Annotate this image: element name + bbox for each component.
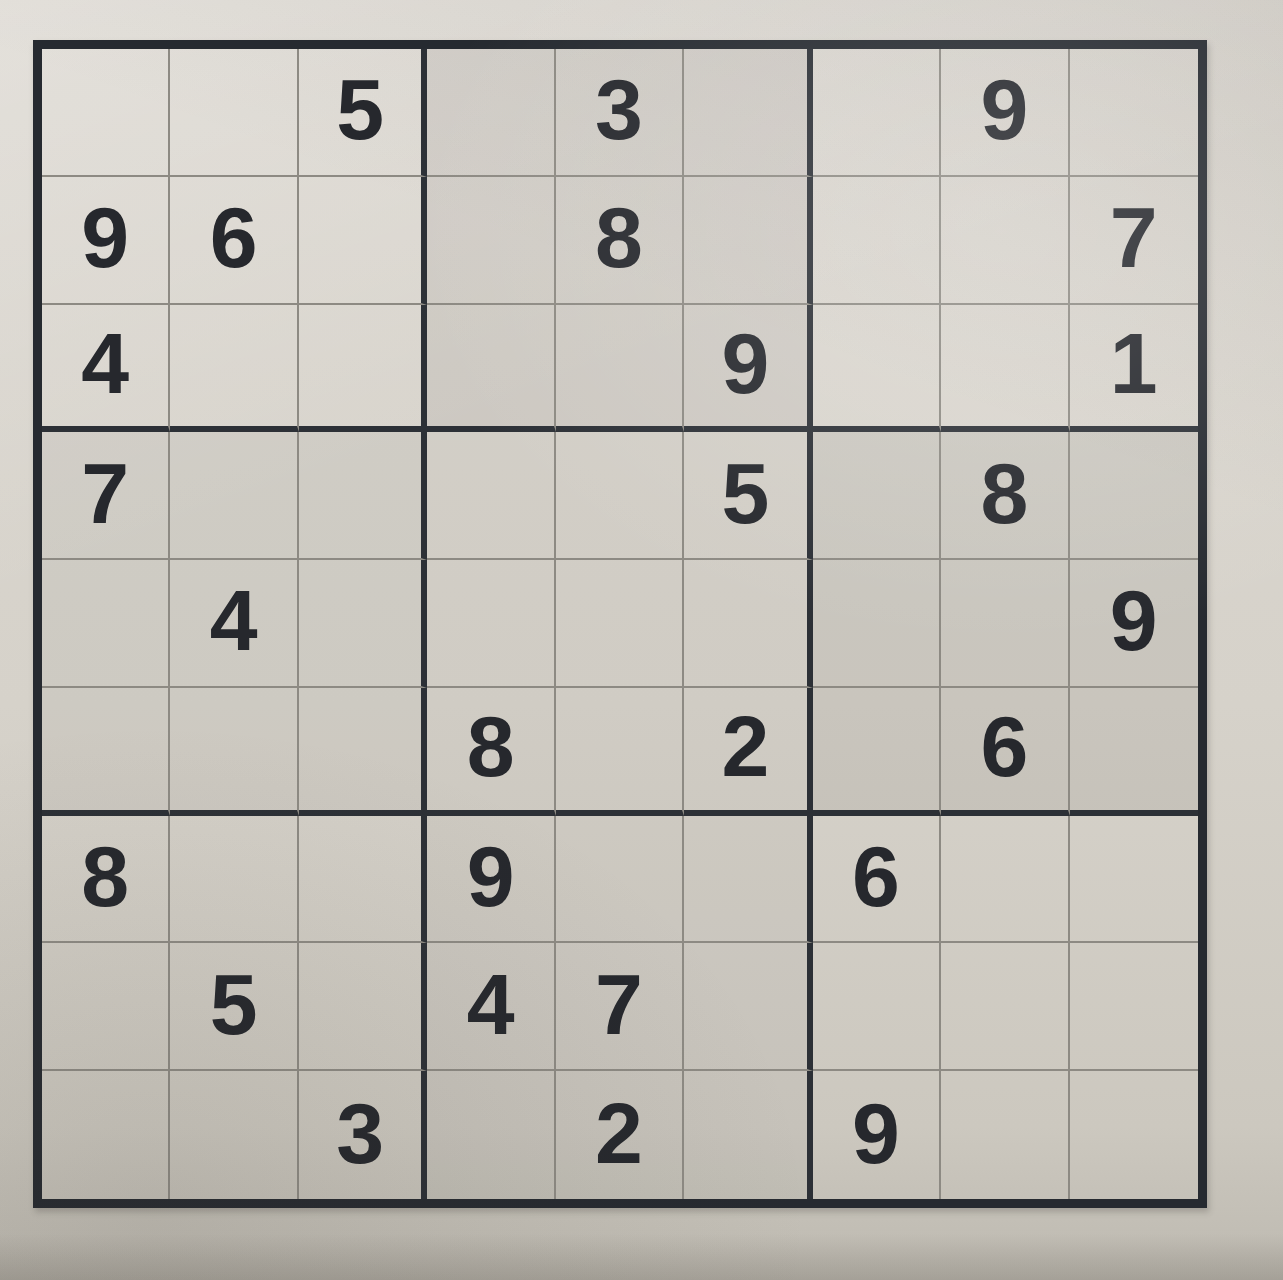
given-digit: 8 xyxy=(81,827,129,926)
given-digit: 9 xyxy=(722,314,770,413)
given-digit: 8 xyxy=(980,444,1028,543)
cell-r3c2[interactable] xyxy=(170,305,298,433)
given-digit: 8 xyxy=(467,697,515,796)
cell-r7c8[interactable] xyxy=(941,816,1069,944)
cell-r3c6: 9 xyxy=(684,305,812,433)
cell-r7c7: 6 xyxy=(813,816,941,944)
cell-r6c1[interactable] xyxy=(42,688,170,816)
cell-r4c4[interactable] xyxy=(427,432,555,560)
cell-r1c2[interactable] xyxy=(170,49,298,177)
paper-shadow xyxy=(0,1234,1283,1280)
cell-r5c7[interactable] xyxy=(813,560,941,688)
cell-r5c1[interactable] xyxy=(42,560,170,688)
cell-r8c9[interactable] xyxy=(1070,943,1198,1071)
given-digit: 9 xyxy=(980,60,1028,159)
cell-r5c8[interactable] xyxy=(941,560,1069,688)
cell-r6c2[interactable] xyxy=(170,688,298,816)
given-digit: 5 xyxy=(210,955,258,1054)
paper-page: 539968749175849826896547329 xyxy=(0,0,1283,1280)
cell-r9c9[interactable] xyxy=(1070,1071,1198,1199)
cell-r6c9[interactable] xyxy=(1070,688,1198,816)
cell-r8c1[interactable] xyxy=(42,943,170,1071)
cell-r9c1[interactable] xyxy=(42,1071,170,1199)
cell-r3c1: 4 xyxy=(42,305,170,433)
cell-r9c7: 9 xyxy=(813,1071,941,1199)
cell-r3c5[interactable] xyxy=(556,305,684,433)
cell-r7c2[interactable] xyxy=(170,816,298,944)
cell-r2c8[interactable] xyxy=(941,177,1069,305)
cell-r8c8[interactable] xyxy=(941,943,1069,1071)
cell-r4c1: 7 xyxy=(42,432,170,560)
cell-r3c7[interactable] xyxy=(813,305,941,433)
cell-r8c5: 7 xyxy=(556,943,684,1071)
cell-r2c1: 9 xyxy=(42,177,170,305)
given-digit: 4 xyxy=(81,314,129,413)
cell-r1c1[interactable] xyxy=(42,49,170,177)
given-digit: 9 xyxy=(81,188,129,287)
cell-r6c6: 2 xyxy=(684,688,812,816)
given-digit: 7 xyxy=(1110,188,1158,287)
given-digit: 3 xyxy=(595,60,643,159)
given-digit: 8 xyxy=(595,188,643,287)
given-digit: 9 xyxy=(1110,571,1158,670)
cell-r4c9[interactable] xyxy=(1070,432,1198,560)
given-digit: 5 xyxy=(722,444,770,543)
given-digit: 4 xyxy=(210,571,258,670)
cell-r2c5: 8 xyxy=(556,177,684,305)
cell-r1c8: 9 xyxy=(941,49,1069,177)
cell-r4c3[interactable] xyxy=(299,432,427,560)
cell-r3c8[interactable] xyxy=(941,305,1069,433)
given-digit: 4 xyxy=(467,955,515,1054)
cell-r5c2: 4 xyxy=(170,560,298,688)
cell-r6c4: 8 xyxy=(427,688,555,816)
cell-r5c4[interactable] xyxy=(427,560,555,688)
cell-r1c9[interactable] xyxy=(1070,49,1198,177)
cell-r7c3[interactable] xyxy=(299,816,427,944)
given-digit: 2 xyxy=(722,697,770,796)
cell-r6c7[interactable] xyxy=(813,688,941,816)
cell-r2c6[interactable] xyxy=(684,177,812,305)
cell-r8c3[interactable] xyxy=(299,943,427,1071)
given-digit: 6 xyxy=(852,827,900,926)
cell-r3c9: 1 xyxy=(1070,305,1198,433)
cell-r4c8: 8 xyxy=(941,432,1069,560)
cell-r5c5[interactable] xyxy=(556,560,684,688)
cell-r2c2: 6 xyxy=(170,177,298,305)
cell-r9c8[interactable] xyxy=(941,1071,1069,1199)
cell-r3c3[interactable] xyxy=(299,305,427,433)
cell-r1c3: 5 xyxy=(299,49,427,177)
cell-r2c9: 7 xyxy=(1070,177,1198,305)
given-digit: 6 xyxy=(210,188,258,287)
cell-r9c4[interactable] xyxy=(427,1071,555,1199)
cell-r9c2[interactable] xyxy=(170,1071,298,1199)
given-digit: 9 xyxy=(852,1084,900,1183)
cell-r6c5[interactable] xyxy=(556,688,684,816)
given-digit: 1 xyxy=(1110,314,1158,413)
cell-r7c4: 9 xyxy=(427,816,555,944)
cell-r7c1: 8 xyxy=(42,816,170,944)
cell-r1c4[interactable] xyxy=(427,49,555,177)
cell-r9c3: 3 xyxy=(299,1071,427,1199)
cell-r1c6[interactable] xyxy=(684,49,812,177)
cell-r6c8: 6 xyxy=(941,688,1069,816)
cell-r3c4[interactable] xyxy=(427,305,555,433)
cell-r4c5[interactable] xyxy=(556,432,684,560)
cell-r2c7[interactable] xyxy=(813,177,941,305)
cell-r9c5: 2 xyxy=(556,1071,684,1199)
cell-r4c6: 5 xyxy=(684,432,812,560)
given-digit: 6 xyxy=(980,697,1028,796)
cell-r2c4[interactable] xyxy=(427,177,555,305)
given-digit: 9 xyxy=(467,827,515,926)
given-digit: 7 xyxy=(81,444,129,543)
cell-r6c3[interactable] xyxy=(299,688,427,816)
cell-r4c7[interactable] xyxy=(813,432,941,560)
given-digit: 2 xyxy=(595,1084,643,1183)
cell-r8c7[interactable] xyxy=(813,943,941,1071)
given-digit: 3 xyxy=(336,1084,384,1183)
cell-r2c3[interactable] xyxy=(299,177,427,305)
given-digit: 7 xyxy=(595,955,643,1054)
cell-r8c6[interactable] xyxy=(684,943,812,1071)
cell-r1c5: 3 xyxy=(556,49,684,177)
cell-r5c9: 9 xyxy=(1070,560,1198,688)
cell-r8c2: 5 xyxy=(170,943,298,1071)
cell-r1c7[interactable] xyxy=(813,49,941,177)
given-digit: 5 xyxy=(336,60,384,159)
cell-r8c4: 4 xyxy=(427,943,555,1071)
cell-r7c9[interactable] xyxy=(1070,816,1198,944)
cell-r7c5[interactable] xyxy=(556,816,684,944)
cell-r9c6[interactable] xyxy=(684,1071,812,1199)
cell-r5c3[interactable] xyxy=(299,560,427,688)
cell-r5c6[interactable] xyxy=(684,560,812,688)
sudoku-board: 539968749175849826896547329 xyxy=(33,40,1207,1208)
cell-r4c2[interactable] xyxy=(170,432,298,560)
cell-r7c6[interactable] xyxy=(684,816,812,944)
